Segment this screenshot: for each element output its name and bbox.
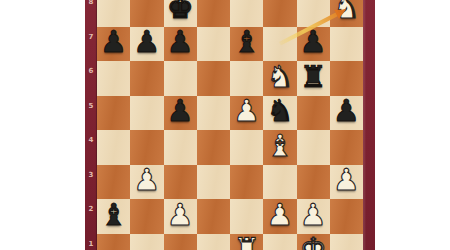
square-h2[interactable] [330,199,363,234]
square-b1[interactable] [130,234,163,250]
square-e7[interactable]: ♝ [230,27,263,62]
square-f8[interactable] [263,0,296,27]
square-a6[interactable] [97,61,130,96]
square-g6[interactable]: ♜ [297,61,330,96]
piece-white-knight-h8[interactable]: ♞ [333,0,360,26]
rank-label-7: 7 [85,33,97,42]
square-h4[interactable] [330,130,363,165]
square-b7[interactable]: ♟ [130,27,163,62]
square-e1[interactable]: ♜ [230,234,263,250]
board-border-right [363,0,375,250]
square-g4[interactable] [297,130,330,165]
piece-white-pawn-b3[interactable]: ♟ [133,165,160,198]
square-f5[interactable]: ♞ [263,96,296,131]
piece-black-pawn-h5[interactable]: ♟ [333,96,360,129]
square-c2[interactable]: ♟ [164,199,197,234]
piece-white-pawn-g2[interactable]: ♟ [300,200,327,233]
piece-white-king-g1[interactable]: ♚ [300,234,327,250]
piece-white-rook-e1[interactable]: ♜ [233,234,260,250]
piece-black-king-c8[interactable]: ♚ [167,0,194,26]
square-a4[interactable] [97,130,130,165]
square-c4[interactable] [164,130,197,165]
square-c7[interactable]: ♟ [164,27,197,62]
square-d8[interactable] [197,0,230,27]
square-h3[interactable]: ♟ [330,165,363,200]
square-f4[interactable]: ♝ [263,130,296,165]
square-a1[interactable] [97,234,130,250]
piece-black-pawn-c5[interactable]: ♟ [167,96,194,129]
square-h5[interactable]: ♟ [330,96,363,131]
rank-label-8: 8 [85,0,97,7]
square-b8[interactable] [130,0,163,27]
board-border-left: 87654321 [85,0,97,250]
piece-black-pawn-c7[interactable]: ♟ [167,27,194,60]
square-f7[interactable] [263,27,296,62]
square-c6[interactable] [164,61,197,96]
square-e6[interactable] [230,61,263,96]
square-h6[interactable] [330,61,363,96]
piece-black-pawn-a7[interactable]: ♟ [100,27,127,60]
rank-label-5: 5 [85,102,97,111]
square-g8[interactable] [297,0,330,27]
piece-black-knight-f5[interactable]: ♞ [266,96,293,129]
square-e2[interactable] [230,199,263,234]
piece-black-pawn-g7[interactable]: ♟ [300,27,327,60]
piece-white-pawn-c2[interactable]: ♟ [167,200,194,233]
piece-black-bishop-e7[interactable]: ♝ [233,27,260,60]
square-f6[interactable]: ♞ [263,61,296,96]
piece-white-pawn-e5[interactable]: ♟ [233,96,260,129]
square-d2[interactable] [197,199,230,234]
square-a3[interactable] [97,165,130,200]
square-a2[interactable]: ♝ [97,199,130,234]
square-f2[interactable]: ♟ [263,199,296,234]
piece-white-bishop-f4[interactable]: ♝ [266,131,293,164]
square-b6[interactable] [130,61,163,96]
square-d5[interactable] [197,96,230,131]
board-squares: ♚♞♟♟♟♝♟♞♜♟♟♞♟♝♟♟♝♟♟♟♜♚ [97,0,363,250]
piece-white-pawn-h3[interactable]: ♟ [333,165,360,198]
square-h1[interactable] [330,234,363,250]
square-d3[interactable] [197,165,230,200]
square-c8[interactable]: ♚ [164,0,197,27]
piece-white-pawn-f2[interactable]: ♟ [266,200,293,233]
square-b2[interactable] [130,199,163,234]
square-e4[interactable] [230,130,263,165]
rank-label-3: 3 [85,171,97,180]
square-c1[interactable] [164,234,197,250]
square-g3[interactable] [297,165,330,200]
square-g5[interactable] [297,96,330,131]
square-g2[interactable]: ♟ [297,199,330,234]
rank-label-6: 6 [85,67,97,76]
chessboard: 87654321 ♚♞♟♟♟♝♟♞♜♟♟♞♟♝♟♟♝♟♟♟♜♚ [85,0,375,250]
square-g1[interactable]: ♚ [297,234,330,250]
square-b3[interactable]: ♟ [130,165,163,200]
square-a8[interactable] [97,0,130,27]
square-d4[interactable] [197,130,230,165]
chess-diagram: 87654321 ♚♞♟♟♟♝♟♞♜♟♟♞♟♝♟♟♝♟♟♟♜♚ [0,0,450,250]
piece-black-rook-g6[interactable]: ♜ [300,62,327,95]
rank-label-2: 2 [85,205,97,214]
square-b5[interactable] [130,96,163,131]
square-h7[interactable] [330,27,363,62]
piece-black-pawn-b7[interactable]: ♟ [133,27,160,60]
square-g7[interactable]: ♟ [297,27,330,62]
square-e8[interactable] [230,0,263,27]
square-f3[interactable] [263,165,296,200]
square-f1[interactable] [263,234,296,250]
square-a7[interactable]: ♟ [97,27,130,62]
square-b4[interactable] [130,130,163,165]
square-d7[interactable] [197,27,230,62]
piece-white-knight-f6[interactable]: ♞ [266,62,293,95]
square-e3[interactable] [230,165,263,200]
square-e5[interactable]: ♟ [230,96,263,131]
square-c3[interactable] [164,165,197,200]
square-d1[interactable] [197,234,230,250]
square-c5[interactable]: ♟ [164,96,197,131]
piece-black-bishop-a2[interactable]: ♝ [100,200,127,233]
rank-label-1: 1 [85,240,97,249]
square-h8[interactable]: ♞ [330,0,363,27]
rank-label-4: 4 [85,136,97,145]
square-d6[interactable] [197,61,230,96]
square-a5[interactable] [97,96,130,131]
